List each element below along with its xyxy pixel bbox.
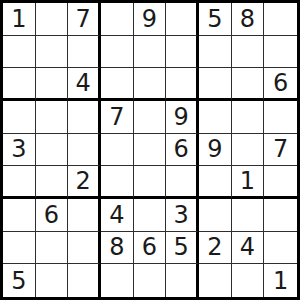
given-digit: 1 [273,269,288,293]
given-digit: 5 [174,235,189,259]
cell-r1c7[interactable]: 5 [199,3,232,36]
cell-r3c3[interactable]: 4 [68,68,101,101]
cell-r2c4[interactable] [101,36,134,69]
cell-r3c2[interactable] [36,68,69,101]
cell-r9c3[interactable] [68,264,101,297]
cell-r9c1[interactable]: 5 [3,264,36,297]
cell-r9c8[interactable] [232,264,265,297]
given-digit: 3 [11,137,26,161]
cell-r1c8[interactable]: 8 [232,3,265,36]
cell-r4c5[interactable] [134,101,167,134]
cell-r9c9[interactable]: 1 [264,264,297,297]
given-digit: 5 [11,269,26,293]
cell-r9c5[interactable] [134,264,167,297]
cell-r8c7[interactable]: 2 [199,232,232,265]
given-digit: 4 [109,203,124,227]
given-digit: 6 [44,203,59,227]
cell-r5c8[interactable] [232,134,265,167]
given-digit: 1 [11,7,26,31]
cell-r2c2[interactable] [36,36,69,69]
cell-r1c9[interactable] [264,3,297,36]
given-digit: 9 [207,137,222,161]
given-digit: 1 [240,169,255,193]
cell-r7c7[interactable] [199,199,232,232]
cell-r8c5[interactable]: 6 [134,232,167,265]
cell-r6c3[interactable]: 2 [68,166,101,199]
cell-r3c5[interactable] [134,68,167,101]
cell-r6c8[interactable]: 1 [232,166,265,199]
cell-r8c4[interactable]: 8 [101,232,134,265]
cell-r2c7[interactable] [199,36,232,69]
given-digit: 5 [207,7,222,31]
cell-r1c2[interactable] [36,3,69,36]
cell-r5c7[interactable]: 9 [199,134,232,167]
cell-r2c3[interactable] [68,36,101,69]
cell-r6c7[interactable] [199,166,232,199]
cell-r9c2[interactable] [36,264,69,297]
cell-r8c2[interactable] [36,232,69,265]
given-digit: 8 [109,235,124,259]
cell-r8c8[interactable]: 4 [232,232,265,265]
cell-r1c6[interactable] [166,3,199,36]
cell-r2c9[interactable] [264,36,297,69]
cell-r8c1[interactable] [3,232,36,265]
cell-r3c9[interactable]: 6 [264,68,297,101]
cell-r5c3[interactable] [68,134,101,167]
given-digit: 7 [273,137,288,161]
cell-r6c2[interactable] [36,166,69,199]
cell-r6c9[interactable] [264,166,297,199]
given-digit: 7 [109,105,124,129]
cell-r9c7[interactable] [199,264,232,297]
cell-r5c9[interactable]: 7 [264,134,297,167]
cell-r3c6[interactable] [166,68,199,101]
cell-r2c5[interactable] [134,36,167,69]
given-digit: 2 [207,235,222,259]
cell-r7c9[interactable] [264,199,297,232]
cell-r9c6[interactable] [166,264,199,297]
given-digit: 6 [174,137,189,161]
cell-r8c9[interactable] [264,232,297,265]
given-digit: 7 [76,7,91,31]
cell-r4c9[interactable] [264,101,297,134]
cell-r9c4[interactable] [101,264,134,297]
cell-r3c8[interactable] [232,68,265,101]
cell-r2c8[interactable] [232,36,265,69]
given-digit: 6 [273,71,288,95]
cell-r5c5[interactable] [134,134,167,167]
cell-r6c5[interactable] [134,166,167,199]
cell-r4c7[interactable] [199,101,232,134]
given-digit: 2 [76,169,91,193]
cell-r3c4[interactable] [101,68,134,101]
cell-r4c3[interactable] [68,101,101,134]
cell-r5c1[interactable]: 3 [3,134,36,167]
cell-r3c1[interactable] [3,68,36,101]
given-digit: 6 [142,235,157,259]
cell-r7c8[interactable] [232,199,265,232]
given-digit: 4 [76,71,91,95]
given-digit: 9 [142,7,157,31]
cell-r8c6[interactable]: 5 [166,232,199,265]
cell-r1c1[interactable]: 1 [3,3,36,36]
cell-r4c2[interactable] [36,101,69,134]
cell-r2c6[interactable] [166,36,199,69]
cell-r5c6[interactable]: 6 [166,134,199,167]
cell-r4c8[interactable] [232,101,265,134]
given-digit: 4 [240,235,255,259]
cell-r7c4[interactable]: 4 [101,199,134,232]
cell-r1c5[interactable]: 9 [134,3,167,36]
cell-r6c4[interactable] [101,166,134,199]
cell-r6c6[interactable] [166,166,199,199]
cell-r1c3[interactable]: 7 [68,3,101,36]
cell-r7c5[interactable] [134,199,167,232]
cell-r7c2[interactable]: 6 [36,199,69,232]
cell-r4c1[interactable] [3,101,36,134]
cell-r4c4[interactable]: 7 [101,101,134,134]
sudoku-page: 1795846793697216438652451 [0,0,300,300]
given-digit: 3 [174,203,189,227]
given-digit: 8 [240,7,255,31]
sudoku-board: 1795846793697216438652451 [0,0,300,300]
cell-r5c2[interactable] [36,134,69,167]
cell-r3c7[interactable] [199,68,232,101]
cell-r4c6[interactable]: 9 [166,101,199,134]
cell-r6c1[interactable] [3,166,36,199]
cell-r7c3[interactable] [68,199,101,232]
cell-r7c1[interactable] [3,199,36,232]
cell-r1c4[interactable] [101,3,134,36]
cell-r7c6[interactable]: 3 [166,199,199,232]
cell-r2c1[interactable] [3,36,36,69]
cell-r5c4[interactable] [101,134,134,167]
given-digit: 9 [174,105,189,129]
cell-r8c3[interactable] [68,232,101,265]
